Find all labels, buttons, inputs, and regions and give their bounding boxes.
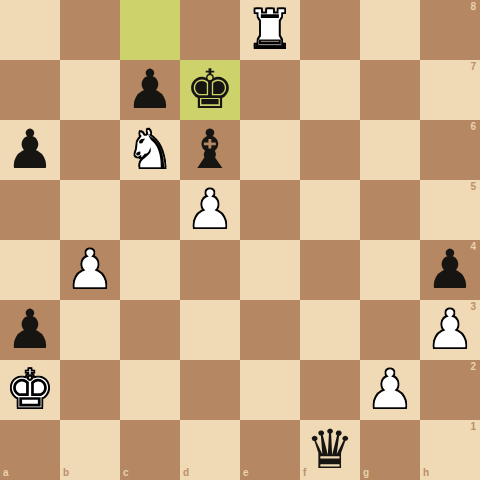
white-pawn[interactable]: ♟ [66,240,114,300]
square-d4[interactable] [180,240,240,300]
square-d5[interactable]: ♟ [180,180,240,240]
square-h2[interactable]: 2 [420,360,480,420]
square-e6[interactable] [240,120,300,180]
square-a4[interactable] [0,240,60,300]
square-f5[interactable] [300,180,360,240]
square-c2[interactable] [120,360,180,420]
white-pawn[interactable]: ♟ [366,360,414,420]
square-a8[interactable] [0,0,60,60]
square-c1[interactable]: c [120,420,180,480]
square-g8[interactable] [360,0,420,60]
square-c4[interactable] [120,240,180,300]
square-e3[interactable] [240,300,300,360]
square-h8[interactable]: 8 [420,0,480,60]
white-pawn[interactable]: ♟ [186,180,234,240]
file-label-g: g [363,468,369,478]
file-label-c: c [123,468,129,478]
black-queen[interactable]: ♛ [306,420,354,480]
square-c8[interactable] [120,0,180,60]
square-f2[interactable] [300,360,360,420]
square-a3[interactable]: ♟ [0,300,60,360]
square-h5[interactable]: 5 [420,180,480,240]
square-b2[interactable] [60,360,120,420]
white-rook[interactable]: ♜ [246,0,294,60]
square-d7[interactable]: ♚ [180,60,240,120]
rank-label-2: 2 [470,362,476,372]
square-f3[interactable] [300,300,360,360]
square-b7[interactable] [60,60,120,120]
square-h4[interactable]: ♟4 [420,240,480,300]
black-pawn[interactable]: ♟ [6,120,54,180]
square-d3[interactable] [180,300,240,360]
square-c7[interactable]: ♟ [120,60,180,120]
rank-label-7: 7 [470,62,476,72]
chess-board: ♜8♟♚7♟♞♝6♟5♟♟4♟♟3♚♟2abcde♛fg1h [0,0,480,480]
square-g7[interactable] [360,60,420,120]
square-g1[interactable]: g [360,420,420,480]
square-d8[interactable] [180,0,240,60]
black-pawn[interactable]: ♟ [426,240,474,300]
file-label-a: a [3,468,9,478]
square-h3[interactable]: ♟3 [420,300,480,360]
square-g2[interactable]: ♟ [360,360,420,420]
square-f7[interactable] [300,60,360,120]
black-pawn[interactable]: ♟ [126,60,174,120]
square-a2[interactable]: ♚ [0,360,60,420]
square-a1[interactable]: a [0,420,60,480]
square-d2[interactable] [180,360,240,420]
square-e2[interactable] [240,360,300,420]
square-e4[interactable] [240,240,300,300]
square-a5[interactable] [0,180,60,240]
black-bishop[interactable]: ♝ [186,120,234,180]
rank-label-5: 5 [470,182,476,192]
white-knight[interactable]: ♞ [126,120,174,180]
black-pawn[interactable]: ♟ [6,300,54,360]
square-a7[interactable] [0,60,60,120]
black-king[interactable]: ♚ [186,60,234,120]
rank-label-4: 4 [470,242,476,252]
square-c3[interactable] [120,300,180,360]
square-g3[interactable] [360,300,420,360]
chess-board-page: ♜8♟♚7♟♞♝6♟5♟♟4♟♟3♚♟2abcde♛fg1h [0,0,482,480]
square-b3[interactable] [60,300,120,360]
file-label-e: e [243,468,249,478]
file-label-d: d [183,468,189,478]
square-b8[interactable] [60,0,120,60]
white-king[interactable]: ♚ [6,360,54,420]
square-g6[interactable] [360,120,420,180]
square-d6[interactable]: ♝ [180,120,240,180]
square-a6[interactable]: ♟ [0,120,60,180]
square-g4[interactable] [360,240,420,300]
square-b5[interactable] [60,180,120,240]
square-e1[interactable]: e [240,420,300,480]
rank-label-1: 1 [470,422,476,432]
square-h6[interactable]: 6 [420,120,480,180]
square-h7[interactable]: 7 [420,60,480,120]
rank-label-8: 8 [470,2,476,12]
square-d1[interactable]: d [180,420,240,480]
square-e5[interactable] [240,180,300,240]
square-e7[interactable] [240,60,300,120]
square-f1[interactable]: ♛f [300,420,360,480]
square-b4[interactable]: ♟ [60,240,120,300]
file-label-f: f [303,468,306,478]
file-label-b: b [63,468,69,478]
rank-label-6: 6 [470,122,476,132]
square-h1[interactable]: 1h [420,420,480,480]
square-f6[interactable] [300,120,360,180]
square-c6[interactable]: ♞ [120,120,180,180]
rank-label-3: 3 [470,302,476,312]
square-f8[interactable] [300,0,360,60]
square-f4[interactable] [300,240,360,300]
white-pawn[interactable]: ♟ [426,300,474,360]
file-label-h: h [423,468,429,478]
square-g5[interactable] [360,180,420,240]
square-e8[interactable]: ♜ [240,0,300,60]
square-c5[interactable] [120,180,180,240]
square-b1[interactable]: b [60,420,120,480]
square-b6[interactable] [60,120,120,180]
